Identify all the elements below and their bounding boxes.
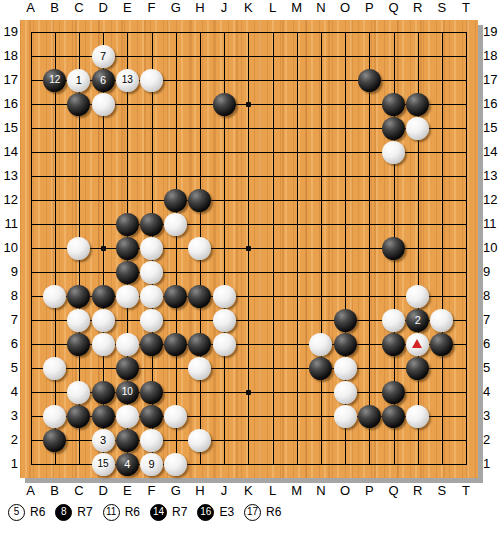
- stone-S6[interactable]: [430, 333, 453, 356]
- stone-H10[interactable]: [188, 237, 211, 260]
- stone-O5[interactable]: [334, 357, 357, 380]
- coord-label: P: [358, 1, 380, 15]
- caption-move: 11R6: [103, 504, 140, 521]
- stone-H6[interactable]: [188, 333, 211, 356]
- stone-F9[interactable]: [140, 261, 163, 284]
- coord-label: R: [407, 484, 429, 498]
- stone-R3[interactable]: [406, 405, 429, 428]
- grid-line: [466, 32, 467, 465]
- stone-J6[interactable]: [213, 333, 236, 356]
- coord-label: 19: [483, 25, 500, 39]
- stone-E11[interactable]: [116, 213, 139, 236]
- coord-label: 3: [483, 409, 500, 423]
- coord-label: S: [431, 484, 453, 498]
- move-number-label: 13: [116, 69, 139, 92]
- stone-Q15[interactable]: [382, 117, 405, 140]
- stone-F8[interactable]: [140, 285, 163, 308]
- move-number-stone: 5: [8, 504, 25, 521]
- coord-label: 3: [0, 409, 18, 423]
- coord-label: 17: [0, 73, 18, 87]
- coord-label: B: [44, 1, 66, 15]
- coord-label: F: [141, 484, 163, 498]
- stone-E17[interactable]: 13: [116, 69, 139, 92]
- coord-label: 15: [0, 121, 18, 135]
- stone-D8[interactable]: [92, 285, 115, 308]
- move-coord: E3: [219, 505, 234, 519]
- stone-O7[interactable]: [334, 309, 357, 332]
- coord-label: G: [165, 1, 187, 15]
- stone-H2[interactable]: [188, 429, 211, 452]
- stone-Q3[interactable]: [382, 405, 405, 428]
- coord-label: A: [20, 484, 42, 498]
- stone-F2[interactable]: [140, 429, 163, 452]
- coord-label: 18: [483, 49, 500, 63]
- coord-label: S: [431, 1, 453, 15]
- coord-label: 18: [0, 49, 18, 63]
- coord-label: 7: [483, 313, 500, 327]
- coord-label: D: [92, 484, 114, 498]
- stone-D16[interactable]: [92, 93, 115, 116]
- move-number-label: 1: [67, 69, 90, 92]
- stone-E1[interactable]: 4: [116, 453, 139, 476]
- move-coord: R7: [77, 505, 92, 519]
- stone-Q10[interactable]: [382, 237, 405, 260]
- stone-R5[interactable]: [406, 357, 429, 380]
- coord-label: 4: [0, 385, 18, 399]
- coord-label: 6: [483, 337, 500, 351]
- coord-label: 5: [0, 361, 18, 375]
- coord-label: L: [262, 484, 284, 498]
- stone-F10[interactable]: [140, 237, 163, 260]
- coord-label: J: [213, 1, 235, 15]
- coord-label: J: [213, 484, 235, 498]
- stone-E6[interactable]: [116, 333, 139, 356]
- stone-G12[interactable]: [164, 189, 187, 212]
- move-number-label: 12: [43, 69, 66, 92]
- stone-C6[interactable]: [67, 333, 90, 356]
- coord-label: 6: [0, 337, 18, 351]
- stone-E5[interactable]: [116, 357, 139, 380]
- stone-N5[interactable]: [309, 357, 332, 380]
- coord-label: E: [116, 484, 138, 498]
- stone-F17[interactable]: [140, 69, 163, 92]
- stone-G8[interactable]: [164, 285, 187, 308]
- move-number-label: 10: [116, 381, 139, 404]
- stone-J8[interactable]: [213, 285, 236, 308]
- stone-P3[interactable]: [358, 405, 381, 428]
- coord-label: 17: [483, 73, 500, 87]
- triangle-marker: [412, 339, 422, 348]
- stone-C3[interactable]: [67, 405, 90, 428]
- stone-D2[interactable]: 3: [92, 429, 115, 452]
- stone-D17[interactable]: 6: [92, 69, 115, 92]
- grid-line: [31, 368, 468, 369]
- coord-label: G: [165, 484, 187, 498]
- stone-D3[interactable]: [92, 405, 115, 428]
- grid-line: [369, 32, 370, 465]
- coord-label: H: [189, 484, 211, 498]
- stone-B3[interactable]: [43, 405, 66, 428]
- move-coord: R6: [125, 505, 140, 519]
- coord-label: 11: [0, 217, 18, 231]
- coord-label: 11: [483, 217, 500, 231]
- coord-label: 1: [0, 457, 18, 471]
- coord-label: 8: [0, 289, 18, 303]
- move-number-label: 7: [92, 45, 115, 68]
- stone-R8[interactable]: [406, 285, 429, 308]
- stone-F4[interactable]: [140, 381, 163, 404]
- move-number-label: 4: [116, 453, 139, 476]
- move-number-stone: 16: [197, 504, 214, 521]
- coord-label: C: [68, 484, 90, 498]
- stone-O3[interactable]: [334, 405, 357, 428]
- stone-Q7[interactable]: [382, 309, 405, 332]
- stone-R15[interactable]: [406, 117, 429, 140]
- coord-label: C: [68, 1, 90, 15]
- coord-label: 10: [483, 241, 500, 255]
- coord-label: 9: [0, 265, 18, 279]
- stone-D18[interactable]: 7: [92, 45, 115, 68]
- coord-label: T: [455, 484, 477, 498]
- coord-label: 7: [0, 313, 18, 327]
- coord-label: 10: [0, 241, 18, 255]
- coord-label: R: [407, 1, 429, 15]
- coord-label: 8: [483, 289, 500, 303]
- stone-G11[interactable]: [164, 213, 187, 236]
- coord-label: O: [334, 484, 356, 498]
- stone-C16[interactable]: [67, 93, 90, 116]
- coord-label: N: [310, 1, 332, 15]
- stone-B17[interactable]: 12: [43, 69, 66, 92]
- stone-D4[interactable]: [92, 381, 115, 404]
- coord-label: Q: [383, 484, 405, 498]
- stone-R6[interactable]: [406, 333, 429, 356]
- grid-line: [273, 32, 274, 465]
- coord-label: E: [116, 1, 138, 15]
- star-point: [101, 246, 106, 251]
- coord-label: P: [358, 484, 380, 498]
- stone-H5[interactable]: [188, 357, 211, 380]
- coord-label: L: [262, 1, 284, 15]
- move-number-label: 3: [92, 429, 115, 452]
- move-coord: R7: [172, 505, 187, 519]
- stone-Q14[interactable]: [382, 141, 405, 164]
- stone-G3[interactable]: [164, 405, 187, 428]
- coord-label: 13: [483, 169, 500, 183]
- caption-move: 17R6: [244, 504, 281, 521]
- stone-F1[interactable]: 9: [140, 453, 163, 476]
- caption-move: 16E3: [197, 504, 234, 521]
- stone-F11[interactable]: [140, 213, 163, 236]
- stone-C4[interactable]: [67, 381, 90, 404]
- stone-E2[interactable]: [116, 429, 139, 452]
- move-coord: R6: [30, 505, 45, 519]
- coord-label: K: [237, 484, 259, 498]
- coord-label: 16: [0, 97, 18, 111]
- move-number-stone: 8: [55, 504, 72, 521]
- coord-label: 14: [0, 145, 18, 159]
- coord-label: M: [286, 1, 308, 15]
- coord-label: 2: [483, 433, 500, 447]
- move-number-stone: 11: [103, 504, 120, 521]
- coord-label: 14: [483, 145, 500, 159]
- caption-move: 8R7: [55, 504, 92, 521]
- move-number-stone: 17: [244, 504, 261, 521]
- coord-label: F: [141, 1, 163, 15]
- grid-line: [321, 32, 322, 465]
- stone-E4[interactable]: 10: [116, 381, 139, 404]
- go-diagram: 712161321031549 ABCDEFGHJKLMNOPQRST ABCD…: [0, 0, 500, 537]
- caption: 5R68R711R614R716E317R6: [8, 502, 291, 522]
- stone-C7[interactable]: [67, 309, 90, 332]
- stone-F6[interactable]: [140, 333, 163, 356]
- coord-label: 15: [483, 121, 500, 135]
- coord-label: 16: [483, 97, 500, 111]
- stone-C10[interactable]: [67, 237, 90, 260]
- coord-label: 9: [483, 265, 500, 279]
- coord-label: D: [92, 1, 114, 15]
- coord-label: M: [286, 484, 308, 498]
- coord-label: 2: [0, 433, 18, 447]
- coord-label: 13: [0, 169, 18, 183]
- stone-N6[interactable]: [309, 333, 332, 356]
- stone-G1[interactable]: [164, 453, 187, 476]
- move-number-label: 2: [406, 309, 429, 332]
- move-number-stone: 14: [150, 504, 167, 521]
- stone-R7[interactable]: 2: [406, 309, 429, 332]
- stone-E10[interactable]: [116, 237, 139, 260]
- coord-label: 19: [0, 25, 18, 39]
- stone-B5[interactable]: [43, 357, 66, 380]
- stone-G6[interactable]: [164, 333, 187, 356]
- stone-C8[interactable]: [67, 285, 90, 308]
- stone-J16[interactable]: [213, 93, 236, 116]
- coord-label: O: [334, 1, 356, 15]
- coord-label: 5: [483, 361, 500, 375]
- coord-label: K: [237, 1, 259, 15]
- stone-E9[interactable]: [116, 261, 139, 284]
- stone-Q16[interactable]: [382, 93, 405, 116]
- stone-E8[interactable]: [116, 285, 139, 308]
- coord-label: Q: [383, 1, 405, 15]
- stone-R16[interactable]: [406, 93, 429, 116]
- go-board[interactable]: 712161321031549: [20, 20, 478, 478]
- stone-B2[interactable]: [43, 429, 66, 452]
- stone-J7[interactable]: [213, 309, 236, 332]
- stone-C17[interactable]: 1: [67, 69, 90, 92]
- stone-D1[interactable]: 15: [92, 453, 115, 476]
- stone-F3[interactable]: [140, 405, 163, 428]
- stone-O6[interactable]: [334, 333, 357, 356]
- coord-label: 4: [483, 385, 500, 399]
- stone-O4[interactable]: [334, 381, 357, 404]
- coord-label: N: [310, 484, 332, 498]
- stone-B8[interactable]: [43, 285, 66, 308]
- stone-H8[interactable]: [188, 285, 211, 308]
- stone-E3[interactable]: [116, 405, 139, 428]
- move-number-label: 15: [92, 453, 115, 476]
- stone-H12[interactable]: [188, 189, 211, 212]
- star-point: [246, 102, 251, 107]
- stone-S7[interactable]: [430, 309, 453, 332]
- grid-line: [442, 32, 443, 465]
- coord-label: A: [20, 1, 42, 15]
- move-number-label: 9: [140, 453, 163, 476]
- stone-D7[interactable]: [92, 309, 115, 332]
- grid-line: [297, 32, 298, 465]
- stone-Q6[interactable]: [382, 333, 405, 356]
- stone-Q4[interactable]: [382, 381, 405, 404]
- caption-move: 14R7: [150, 504, 187, 521]
- coord-label: 12: [483, 193, 500, 207]
- caption-move: 5R6: [8, 504, 45, 521]
- coord-label: 12: [0, 193, 18, 207]
- stone-P17[interactable]: [358, 69, 381, 92]
- star-point: [246, 246, 251, 251]
- star-point: [246, 390, 251, 395]
- stone-D6[interactable]: [92, 333, 115, 356]
- coord-label: B: [44, 484, 66, 498]
- move-number-label: 6: [92, 69, 115, 92]
- stone-F7[interactable]: [140, 309, 163, 332]
- coord-label: T: [455, 1, 477, 15]
- grid-line: [31, 272, 468, 273]
- coord-label: 1: [483, 457, 500, 471]
- coord-label: H: [189, 1, 211, 15]
- move-coord: R6: [266, 505, 281, 519]
